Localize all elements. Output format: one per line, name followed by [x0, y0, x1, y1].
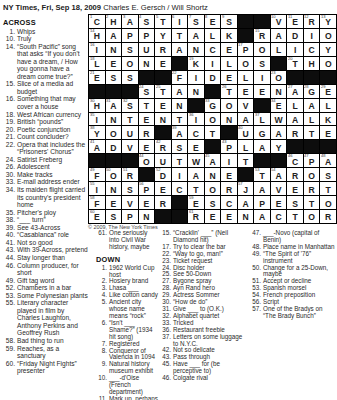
- clue-item: 57.One of the Bradys on “The Brady Bunch…: [250, 306, 336, 320]
- grid-cell: C: [304, 43, 320, 56]
- grid-cell: L: [271, 43, 287, 56]
- grid-cell: 56P: [139, 182, 155, 195]
- clue-item: 40.“Casablanca” role: [3, 231, 88, 239]
- grid-cell: 28G: [304, 85, 320, 98]
- black-square: [172, 210, 188, 223]
- clue-number: 20.: [3, 126, 17, 134]
- cell-letter: A: [238, 199, 254, 209]
- across-clues-column: ACROSS 1.Whips10.Truly14.“South Pacific”…: [3, 19, 88, 375]
- across-header: ACROSS: [3, 19, 88, 27]
- grid-cell: S: [287, 196, 303, 209]
- cell-letter: T: [172, 157, 188, 167]
- cell-letter: E: [221, 73, 237, 83]
- grid-cell: W: [271, 113, 287, 126]
- grid-cell: 10V: [271, 15, 287, 28]
- clue-item: 10.Truly: [3, 35, 88, 43]
- grid-cell: 40U: [238, 126, 254, 139]
- cell-letter: S: [254, 59, 270, 69]
- clue-number: 6.: [96, 320, 109, 327]
- clue-item: 5.Ancient city whose name means “rock”: [96, 299, 158, 320]
- cell-letter: T: [238, 157, 254, 167]
- cell-letter: C: [172, 185, 188, 195]
- black-square: [238, 15, 254, 28]
- crossword-grid: 1C2H3A4S5T6I7S8E9S10V11E12R13Y14HAPPYTAL…: [88, 14, 337, 224]
- clue-text: Whips: [17, 28, 88, 36]
- cell-letter: S: [122, 73, 138, 83]
- grid-cell: R: [139, 126, 155, 139]
- clue-number: 18.: [3, 111, 17, 119]
- black-square: [205, 85, 221, 98]
- grid-cell: 15R: [254, 29, 270, 42]
- clue-text: Slice of a media ad budget: [17, 80, 88, 95]
- cell-letter: F: [89, 171, 105, 181]
- clue-number: 47.: [250, 230, 263, 237]
- grid-cell: S: [205, 196, 221, 209]
- grid-cell: 52D: [155, 168, 171, 181]
- grid-cell: N: [188, 85, 204, 98]
- cell-letter: T: [155, 18, 171, 28]
- grid-cell: I: [254, 71, 270, 84]
- grid-cell: 49F: [89, 168, 105, 181]
- cell-letter: F: [89, 199, 105, 209]
- cell-letter: T: [172, 115, 188, 125]
- grid-cell: I: [188, 71, 204, 84]
- clue-item: 50.Change for a 25-Down, maybe: [250, 265, 336, 279]
- grid-cell: 42R: [155, 140, 171, 153]
- grid-cell: L: [205, 29, 221, 42]
- grid-cell: 19K: [188, 57, 204, 70]
- grid-cell: D: [106, 140, 122, 153]
- black-square: [304, 140, 320, 153]
- black-square: [106, 85, 122, 98]
- clue-number: 41.: [3, 239, 17, 247]
- cell-letter: E: [271, 101, 287, 111]
- clue-text: Truly: [17, 35, 88, 43]
- grid-cell: U: [122, 126, 138, 139]
- cell-letter: O: [106, 129, 122, 139]
- clue-item: 60.“Friday Night Fights” presenter: [3, 360, 88, 375]
- cell-letter: A: [172, 45, 188, 55]
- cell-letter: E: [287, 18, 303, 28]
- cell-letter: P: [122, 213, 138, 223]
- cell-letter: R: [122, 171, 138, 181]
- grid-cell: T: [238, 154, 254, 167]
- cell-letter: P: [254, 199, 270, 209]
- cell-letter: U: [155, 157, 171, 167]
- cell-letter: A: [287, 87, 303, 97]
- black-square: [106, 154, 122, 167]
- cell-letter: E: [89, 73, 105, 83]
- cell-letter: S: [122, 185, 138, 195]
- grid-cell: A: [304, 99, 320, 112]
- cell-letter: W: [188, 157, 204, 167]
- cell-letter: O: [304, 213, 320, 223]
- grid-cell: N: [172, 99, 188, 112]
- cell-letter: E: [287, 185, 303, 195]
- clue-number: 40.: [3, 231, 17, 239]
- clue-text: Letters on some luggage to N.Y.C.: [173, 334, 248, 348]
- cell-letter: L: [304, 115, 320, 125]
- cell-letter: H: [106, 18, 122, 28]
- grid-cell: Y: [155, 29, 171, 42]
- cell-letter: O: [320, 59, 336, 69]
- clue-text: Something that may cover a house: [17, 95, 88, 110]
- black-square: [89, 154, 105, 167]
- cell-letter: R: [287, 129, 303, 139]
- grid-cell: V: [122, 196, 138, 209]
- grid-cell: P: [122, 29, 138, 42]
- cell-letter: N: [106, 115, 122, 125]
- cell-letter: P: [122, 31, 138, 41]
- grid-cell: 9S: [221, 15, 237, 28]
- grid-cell: 16I: [89, 43, 105, 56]
- cell-letter: T: [304, 129, 320, 139]
- cell-letter: C: [304, 45, 320, 55]
- clue-text: Gift tag word: [17, 277, 88, 285]
- clue-number: 16.: [3, 95, 17, 103]
- cell-letter: S: [139, 87, 155, 97]
- clue-number: 57.: [250, 306, 263, 313]
- grid-cell: S: [254, 57, 270, 70]
- cell-letter: Y: [271, 143, 287, 153]
- cell-letter: V: [238, 101, 254, 111]
- cell-letter: T: [139, 101, 155, 111]
- grid-cell: E: [221, 43, 237, 56]
- clue-item: 37.Letters on some luggage to N.Y.C.: [160, 334, 248, 348]
- cell-letter: E: [205, 213, 221, 223]
- cell-letter: K: [188, 59, 204, 69]
- grid-cell: N: [221, 113, 237, 126]
- clue-item: 46.Column producer, for short: [3, 262, 88, 277]
- grid-cell: E: [221, 168, 237, 181]
- grid-cell: D: [205, 71, 221, 84]
- cell-letter: I: [287, 45, 303, 55]
- grid-cell: A: [271, 126, 287, 139]
- grid-cell: K: [320, 113, 336, 126]
- cell-letter: R: [304, 185, 320, 195]
- grid-cell: S: [106, 71, 122, 84]
- grid-cell: V: [122, 140, 138, 153]
- grid-cell: E: [139, 113, 155, 126]
- clue-text: Have ___ for (be perceptive to): [173, 361, 248, 375]
- cell-letter: A: [271, 31, 287, 41]
- grid-cell: 22F: [172, 71, 188, 84]
- cell-letter: V: [271, 185, 287, 195]
- black-square: [287, 71, 303, 84]
- clue-number: 1.: [3, 28, 17, 36]
- grid-cell: A: [172, 85, 188, 98]
- grid-cell: O: [320, 57, 336, 70]
- cell-letter: C: [221, 199, 237, 209]
- grid-cell: R: [287, 126, 303, 139]
- cell-letter: L: [205, 31, 221, 41]
- grid-cell: A: [238, 196, 254, 209]
- clue-text: British “pounds”: [17, 118, 88, 126]
- cell-letter: A: [188, 171, 204, 181]
- clue-text: “___ turn”: [17, 216, 88, 224]
- cell-letter: N: [188, 87, 204, 97]
- grid-cell: E: [106, 57, 122, 70]
- grid-cell: 48A: [320, 154, 336, 167]
- cell-letter: E: [238, 87, 254, 97]
- across-clue-61: 61.One seriously into Civil War history,…: [96, 230, 158, 251]
- grid-cell: S: [122, 182, 138, 195]
- grid-cell: E: [254, 85, 270, 98]
- cell-letter: A: [106, 31, 122, 41]
- grid-cell: Y: [271, 140, 287, 153]
- clue-item: 49.Gift tag word: [3, 277, 88, 285]
- clue-item: 52.Chambers in a bar: [3, 284, 88, 292]
- clue-item: 15.“Cracklin' ___” (Neil Diamond hit): [160, 230, 248, 244]
- clue-text: Satirist Freberg: [17, 156, 88, 164]
- cell-letter: E: [320, 129, 336, 139]
- black-square: [254, 15, 270, 28]
- grid-cell: P: [139, 29, 155, 42]
- cell-letter: O: [271, 73, 287, 83]
- cell-letter: A: [271, 129, 287, 139]
- grid-cell: O: [320, 29, 336, 42]
- clue-number: 37.: [160, 334, 173, 341]
- cell-letter: A: [205, 157, 221, 167]
- cell-letter: A: [254, 185, 270, 195]
- clue-item: 18.West African currency: [3, 111, 88, 119]
- black-square: [188, 99, 204, 112]
- clue-number: 55.: [3, 299, 17, 307]
- cell-letter: A: [122, 18, 138, 28]
- clue-number: 60.: [3, 360, 17, 368]
- down-clue-list-2: 15.“Cracklin' ___” (Neil Diamond hit)17.…: [160, 230, 248, 382]
- cell-letter: O: [320, 199, 336, 209]
- black-square: [238, 168, 254, 181]
- clue-number: 50.: [250, 265, 263, 272]
- cell-letter: A: [254, 143, 270, 153]
- cell-letter: P: [304, 157, 320, 167]
- clue-number: 10.: [96, 375, 109, 382]
- grid-cell: L: [221, 57, 237, 70]
- black-square: [89, 85, 105, 98]
- grid-cell: 38Y: [89, 126, 105, 139]
- cell-letter: D: [106, 143, 122, 153]
- clue-number: 39.: [3, 224, 17, 232]
- cell-letter: I: [89, 45, 105, 55]
- grid-cell: A: [172, 43, 188, 56]
- grid-cell: 60E: [89, 210, 105, 223]
- cell-letter: C: [205, 45, 221, 55]
- clue-item: 58.Bad thing to run: [3, 337, 88, 345]
- black-square: [304, 71, 320, 84]
- grid-cell: 4S: [139, 15, 155, 28]
- cell-letter: O: [304, 171, 320, 181]
- grid-cell: E: [221, 210, 237, 223]
- cell-letter: E: [188, 199, 204, 209]
- clue-item: 38.“___ turn”: [3, 216, 88, 224]
- grid-cell: R: [304, 182, 320, 195]
- grid-cell: 1C: [89, 15, 105, 28]
- grid-cell: U: [139, 43, 155, 56]
- cell-letter: S: [287, 199, 303, 209]
- grid-cell: C: [188, 126, 204, 139]
- cell-letter: I: [188, 73, 204, 83]
- clue-number: 38.: [3, 216, 17, 224]
- puzzle-date-title: NY Times, Fri, Sep 18, 2009: [3, 3, 101, 12]
- black-square: [172, 57, 188, 70]
- clue-number: 21.: [3, 133, 17, 141]
- grid-cell: 8E: [205, 15, 221, 28]
- cell-letter: R: [320, 213, 336, 223]
- grid-cell: N: [106, 113, 122, 126]
- grid-cell: N: [188, 43, 204, 56]
- grid-cell: N: [106, 182, 122, 195]
- grid-cell: N: [155, 113, 171, 126]
- clue-text: Literary character played in film by Cha…: [17, 299, 88, 337]
- clue-text: West African currency: [17, 111, 88, 119]
- clue-column-4: 47.___-Novo (capital of Benin)48.Place n…: [250, 230, 336, 320]
- cell-letter: A: [271, 171, 287, 181]
- page-title: NY Times, Fri, Sep 18, 2009 Charles E. G…: [3, 3, 208, 12]
- black-square: [155, 210, 171, 223]
- cell-letter: P: [139, 31, 155, 41]
- grid-cell: T: [188, 182, 204, 195]
- grid-cell: E: [139, 196, 155, 209]
- clue-text: Not so good: [17, 239, 88, 247]
- cell-letter: G: [304, 87, 320, 97]
- grid-cell: W: [188, 154, 204, 167]
- cell-letter: A: [238, 115, 254, 125]
- cell-letter: L: [320, 101, 336, 111]
- grid-cell: A: [106, 29, 122, 42]
- cell-letter: Y: [320, 45, 336, 55]
- grid-cell: 11E: [287, 15, 303, 28]
- grid-cell: E: [155, 99, 171, 112]
- clue-number: 15.: [160, 230, 173, 237]
- grid-cell: 57J: [238, 182, 254, 195]
- grid-cell: R: [155, 43, 171, 56]
- grid-cell: 50O: [106, 168, 122, 181]
- grid-cell: P: [254, 196, 270, 209]
- grid-cell: N: [139, 57, 155, 70]
- cell-letter: A: [172, 87, 188, 97]
- grid-cell: T: [287, 210, 303, 223]
- grid-cell: R: [287, 168, 303, 181]
- grid-cell: 24S: [139, 85, 155, 98]
- cell-letter: A: [320, 157, 336, 167]
- clue-item: 61.One seriously into Civil War history,…: [96, 230, 158, 251]
- cell-letter: E: [155, 59, 171, 69]
- grid-cell: C: [271, 210, 287, 223]
- cell-letter: G: [254, 129, 270, 139]
- cell-letter: V: [122, 199, 138, 209]
- cell-letter: L: [254, 115, 270, 125]
- cell-letter: T: [172, 31, 188, 41]
- cell-letter: A: [106, 101, 122, 111]
- clue-item: 59.Reaches, as a sanctuary: [3, 345, 88, 360]
- clue-item: 34.Its maiden flight carried its country…: [3, 186, 88, 209]
- grid-cell: O: [205, 182, 221, 195]
- cell-letter: O: [205, 185, 221, 195]
- grid-cell: 12R: [304, 15, 320, 28]
- grid-cell: Y: [320, 43, 336, 56]
- cell-letter: E: [106, 59, 122, 69]
- grid-cell: 58F: [89, 196, 105, 209]
- grid-cell: I: [287, 43, 303, 56]
- cell-letter: J: [238, 185, 254, 195]
- grid-cell: E: [221, 71, 237, 84]
- grid-cell: L: [320, 99, 336, 112]
- clue-text: Stay longer than: [17, 254, 88, 262]
- clue-text: “Cracklin' ___” (Neil Diamond hit): [173, 230, 248, 244]
- cell-letter: G: [205, 101, 221, 111]
- cell-letter: O: [106, 171, 122, 181]
- clue-number: 58.: [3, 337, 17, 345]
- grid-cell: E: [106, 196, 122, 209]
- cell-letter: R: [139, 129, 155, 139]
- grid-cell: V: [238, 99, 254, 112]
- clue-text: 1962 World Cup host: [109, 265, 158, 279]
- cell-letter: O: [139, 157, 155, 167]
- grid-cell: 47P: [304, 154, 320, 167]
- cell-letter: K: [221, 31, 237, 41]
- grid-cell: 36I: [188, 113, 204, 126]
- clue-text: Count concluder?: [17, 133, 88, 141]
- clue-text: “Isn't ___ Shame?” (1934 hit song): [109, 320, 158, 341]
- cell-letter: E: [155, 101, 171, 111]
- clue-text: See 43-Across: [17, 224, 88, 232]
- cell-letter: R: [304, 18, 320, 28]
- cell-letter: N: [139, 59, 155, 69]
- clue-item: 14.“South Pacific” song that asks “If yo…: [3, 43, 88, 81]
- cell-letter: T: [122, 115, 138, 125]
- grid-cell: L: [304, 113, 320, 126]
- grid-cell: 54A: [271, 168, 287, 181]
- clue-item: 9.Natural history museum exhibit: [96, 361, 158, 375]
- grid-cell: E: [205, 210, 221, 223]
- grid-cell: C: [221, 196, 237, 209]
- grid-cell: T: [122, 113, 138, 126]
- black-square: [254, 99, 270, 112]
- cell-letter: I: [172, 171, 188, 181]
- grid-cell: U: [155, 154, 171, 167]
- clue-text: One seriously into Civil War history, ma…: [109, 230, 158, 251]
- cell-letter: C: [271, 213, 287, 223]
- cell-letter: S: [188, 18, 204, 28]
- grid-cell: S: [122, 43, 138, 56]
- clue-text: “The Spirit of '76” instrument: [263, 251, 336, 265]
- cell-letter: O: [205, 115, 221, 125]
- cell-letter: Y: [89, 129, 105, 139]
- grid-cell: L: [287, 99, 303, 112]
- cell-letter: S: [320, 171, 336, 181]
- clue-number: 10.: [3, 35, 17, 43]
- cell-letter: K: [320, 115, 336, 125]
- cell-letter: C: [89, 18, 105, 28]
- clue-number: 43.: [3, 246, 17, 254]
- cell-letter: I: [188, 115, 204, 125]
- clue-text: Some Polynesian plants: [17, 292, 88, 300]
- grid-cell: N: [139, 210, 155, 223]
- grid-cell: O: [304, 210, 320, 223]
- cell-letter: E: [271, 199, 287, 209]
- grid-cell: T: [139, 99, 155, 112]
- cell-letter: U: [122, 129, 138, 139]
- clue-number: 15.: [3, 80, 17, 88]
- cell-letter: U: [139, 45, 155, 55]
- clue-number: 19.: [3, 118, 17, 126]
- grid-cell: 53T: [254, 168, 270, 181]
- grid-cell: R: [320, 210, 336, 223]
- cell-letter: I: [221, 157, 237, 167]
- cell-letter: A: [287, 115, 303, 125]
- grid-cell: E: [238, 85, 254, 98]
